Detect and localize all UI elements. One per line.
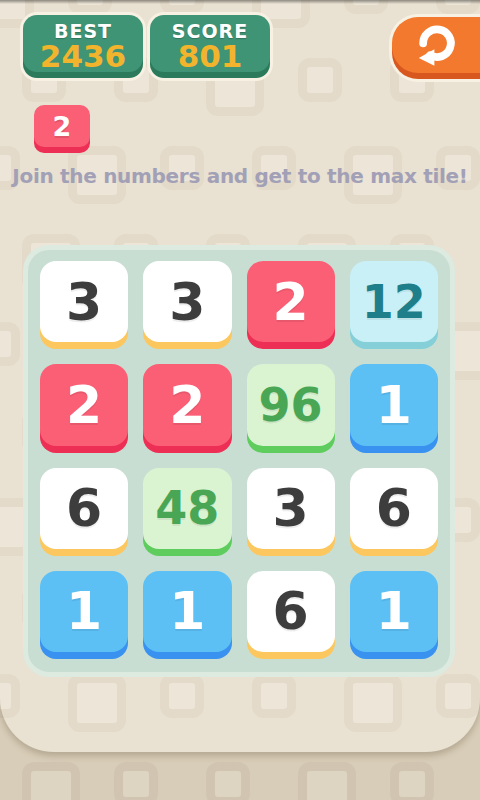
pattern-square: [298, 762, 356, 800]
tile: 6: [40, 468, 128, 549]
pattern-square: [160, 0, 204, 14]
tile-value: 3: [66, 272, 102, 332]
pattern-square: [252, 674, 296, 718]
tile-value: 6: [66, 478, 102, 538]
tile-value: 6: [273, 581, 309, 641]
tile-value: 2: [169, 375, 205, 435]
tile-value: 48: [155, 481, 219, 535]
tile: 1: [350, 571, 438, 652]
tile: 1: [143, 571, 231, 652]
tile-value: 1: [169, 581, 205, 641]
tile-value: 3: [169, 272, 205, 332]
pattern-square: [298, 58, 342, 102]
score-value: 801: [150, 40, 270, 72]
tile: 6: [247, 571, 335, 652]
tile: 1: [40, 571, 128, 652]
pattern-square: [114, 762, 158, 800]
tile-value: 1: [66, 581, 102, 641]
tile: 12: [350, 261, 438, 342]
pattern-square: [344, 0, 388, 14]
tile-value: 6: [376, 478, 412, 538]
tagline: Join the numbers and get to the max tile…: [0, 161, 480, 191]
tile: 96: [247, 364, 335, 445]
tile: 6: [350, 468, 438, 549]
tile: 2: [143, 364, 231, 445]
tile: 3: [143, 261, 231, 342]
best-score-badge: BEST 2436: [23, 15, 143, 72]
pattern-square: [68, 674, 126, 732]
board-grid: 3321222961648361161: [28, 250, 450, 672]
pattern-square: [22, 762, 80, 800]
restart-icon: [411, 19, 463, 71]
restart-button[interactable]: [392, 17, 480, 73]
tile: 3: [247, 468, 335, 549]
tile-value: 1: [376, 375, 412, 435]
pattern-square: [206, 762, 250, 800]
spawn-tile: 2: [34, 105, 90, 147]
tile: 1: [350, 364, 438, 445]
pattern-square: [344, 674, 402, 732]
tile-value: 96: [259, 378, 323, 432]
tile: 48: [143, 468, 231, 549]
pattern-square: [436, 0, 480, 14]
best-value: 2436: [23, 40, 143, 72]
spawn-tile-value: 2: [53, 111, 72, 142]
pattern-square: [160, 674, 204, 718]
tile-value: 1: [376, 581, 412, 641]
tile-value: 2: [66, 375, 102, 435]
tile-value: 3: [273, 478, 309, 538]
tile: 2: [40, 364, 128, 445]
pattern-square: [68, 0, 112, 14]
score-badge: SCORE 801: [150, 15, 270, 72]
tile-value: 12: [362, 275, 426, 329]
pattern-square: [390, 762, 434, 800]
pattern-square: [436, 674, 480, 718]
tile: 3: [40, 261, 128, 342]
game-board[interactable]: 3321222961648361161: [23, 245, 455, 677]
main-panel: BEST 2436 SCORE 801 2 Join the numbers a…: [0, 0, 480, 752]
pattern-square: [0, 322, 20, 366]
pattern-square: [0, 674, 20, 718]
tile: 2: [247, 261, 335, 342]
tile-value: 2: [273, 272, 309, 332]
